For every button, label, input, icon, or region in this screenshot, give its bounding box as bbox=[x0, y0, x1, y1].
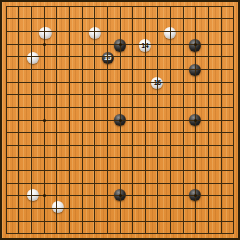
board-intersection[interactable] bbox=[2, 14, 14, 26]
board-intersection[interactable] bbox=[39, 27, 51, 39]
board-intersection[interactable] bbox=[77, 39, 89, 51]
board-intersection[interactable] bbox=[188, 114, 200, 126]
board-intersection[interactable] bbox=[163, 27, 175, 39]
board-intersection[interactable] bbox=[176, 226, 188, 238]
board-intersection[interactable] bbox=[114, 14, 126, 26]
board-intersection[interactable] bbox=[201, 14, 213, 26]
board-intersection[interactable] bbox=[39, 188, 51, 200]
board-intersection[interactable] bbox=[213, 213, 225, 225]
board-intersection[interactable] bbox=[101, 176, 113, 188]
board-intersection[interactable] bbox=[2, 39, 14, 51]
board-intersection[interactable] bbox=[64, 226, 76, 238]
board-intersection[interactable] bbox=[14, 163, 26, 175]
board-intersection[interactable] bbox=[226, 201, 238, 213]
board-intersection[interactable] bbox=[188, 89, 200, 101]
board-intersection[interactable] bbox=[151, 114, 163, 126]
board-intersection[interactable] bbox=[39, 176, 51, 188]
board-intersection[interactable] bbox=[126, 163, 138, 175]
board-intersection[interactable] bbox=[14, 151, 26, 163]
board-intersection[interactable] bbox=[213, 89, 225, 101]
board-intersection[interactable] bbox=[39, 163, 51, 175]
board-intersection[interactable] bbox=[101, 126, 113, 138]
board-intersection[interactable] bbox=[226, 226, 238, 238]
board-intersection[interactable] bbox=[188, 52, 200, 64]
board-intersection[interactable] bbox=[201, 226, 213, 238]
board-intersection[interactable] bbox=[201, 176, 213, 188]
board-intersection[interactable] bbox=[64, 101, 76, 113]
board-intersection[interactable] bbox=[14, 139, 26, 151]
board-intersection[interactable] bbox=[139, 213, 151, 225]
board-intersection[interactable] bbox=[114, 89, 126, 101]
board-intersection[interactable] bbox=[176, 39, 188, 51]
board-intersection[interactable] bbox=[64, 64, 76, 76]
board-intersection[interactable] bbox=[27, 114, 39, 126]
board-intersection[interactable] bbox=[39, 126, 51, 138]
board-intersection[interactable] bbox=[176, 2, 188, 14]
board-intersection[interactable] bbox=[2, 114, 14, 126]
board-intersection[interactable] bbox=[151, 64, 163, 76]
board-intersection[interactable] bbox=[201, 2, 213, 14]
board-intersection[interactable] bbox=[176, 176, 188, 188]
board-intersection[interactable] bbox=[64, 27, 76, 39]
board-intersection[interactable] bbox=[201, 52, 213, 64]
board-intersection[interactable] bbox=[114, 139, 126, 151]
board-intersection[interactable] bbox=[2, 89, 14, 101]
board-intersection[interactable] bbox=[64, 151, 76, 163]
board-intersection[interactable] bbox=[201, 39, 213, 51]
board-intersection[interactable] bbox=[226, 39, 238, 51]
board-intersection[interactable] bbox=[126, 101, 138, 113]
board-intersection[interactable] bbox=[176, 139, 188, 151]
board-intersection[interactable] bbox=[213, 126, 225, 138]
board-intersection[interactable] bbox=[39, 213, 51, 225]
board-intersection[interactable] bbox=[126, 139, 138, 151]
board-intersection[interactable] bbox=[27, 89, 39, 101]
board-intersection[interactable] bbox=[27, 14, 39, 26]
board-intersection[interactable] bbox=[139, 188, 151, 200]
board-intersection[interactable] bbox=[176, 163, 188, 175]
board-intersection[interactable] bbox=[114, 77, 126, 89]
board-intersection[interactable] bbox=[52, 14, 64, 26]
board-intersection[interactable] bbox=[226, 14, 238, 26]
board-intersection[interactable] bbox=[163, 151, 175, 163]
board-intersection[interactable] bbox=[64, 2, 76, 14]
board-intersection[interactable] bbox=[2, 126, 14, 138]
board-intersection[interactable] bbox=[151, 39, 163, 51]
board-intersection[interactable] bbox=[64, 114, 76, 126]
board-intersection[interactable] bbox=[163, 139, 175, 151]
board-intersection[interactable] bbox=[213, 77, 225, 89]
board-intersection[interactable] bbox=[114, 226, 126, 238]
board-intersection[interactable] bbox=[226, 213, 238, 225]
board-intersection[interactable] bbox=[213, 2, 225, 14]
board-intersection[interactable] bbox=[52, 64, 64, 76]
board-intersection[interactable] bbox=[89, 114, 101, 126]
board-intersection[interactable] bbox=[39, 39, 51, 51]
board-intersection[interactable] bbox=[39, 139, 51, 151]
board-intersection[interactable] bbox=[77, 2, 89, 14]
board-intersection[interactable] bbox=[27, 64, 39, 76]
board-intersection[interactable] bbox=[126, 151, 138, 163]
board-intersection[interactable] bbox=[188, 151, 200, 163]
board-intersection[interactable] bbox=[27, 151, 39, 163]
board-intersection[interactable] bbox=[176, 126, 188, 138]
board-intersection[interactable] bbox=[201, 139, 213, 151]
board-intersection[interactable] bbox=[39, 114, 51, 126]
board-intersection[interactable] bbox=[163, 213, 175, 225]
board-intersection[interactable] bbox=[126, 39, 138, 51]
board-intersection[interactable] bbox=[126, 89, 138, 101]
board-intersection[interactable] bbox=[77, 201, 89, 213]
board-intersection[interactable] bbox=[77, 139, 89, 151]
board-intersection[interactable] bbox=[2, 188, 14, 200]
board-intersection[interactable] bbox=[176, 151, 188, 163]
board-intersection[interactable] bbox=[213, 39, 225, 51]
board-intersection[interactable] bbox=[114, 2, 126, 14]
board-intersection[interactable] bbox=[52, 27, 64, 39]
board-intersection[interactable] bbox=[201, 114, 213, 126]
board-intersection[interactable] bbox=[64, 163, 76, 175]
board-intersection[interactable] bbox=[77, 126, 89, 138]
board-intersection[interactable] bbox=[114, 213, 126, 225]
board-intersection[interactable] bbox=[64, 126, 76, 138]
board-intersection[interactable] bbox=[213, 188, 225, 200]
board-intersection[interactable] bbox=[139, 151, 151, 163]
board-intersection[interactable] bbox=[139, 139, 151, 151]
board-intersection[interactable] bbox=[163, 52, 175, 64]
board-intersection[interactable] bbox=[163, 39, 175, 51]
board-intersection[interactable] bbox=[14, 176, 26, 188]
board-intersection[interactable] bbox=[176, 213, 188, 225]
board-intersection[interactable] bbox=[114, 114, 126, 126]
board-intersection[interactable] bbox=[89, 101, 101, 113]
board-intersection[interactable] bbox=[126, 27, 138, 39]
board-intersection[interactable] bbox=[101, 64, 113, 76]
board-intersection[interactable] bbox=[114, 64, 126, 76]
board-intersection[interactable] bbox=[126, 201, 138, 213]
board-intersection[interactable] bbox=[52, 163, 64, 175]
board-intersection[interactable] bbox=[64, 139, 76, 151]
board-intersection[interactable] bbox=[163, 201, 175, 213]
board-intersection[interactable] bbox=[101, 201, 113, 213]
board-intersection[interactable] bbox=[64, 77, 76, 89]
board-intersection[interactable] bbox=[226, 77, 238, 89]
board-intersection[interactable] bbox=[188, 139, 200, 151]
board-intersection[interactable] bbox=[139, 226, 151, 238]
board-intersection[interactable] bbox=[52, 101, 64, 113]
board-intersection[interactable] bbox=[163, 14, 175, 26]
board-intersection[interactable] bbox=[14, 126, 26, 138]
board-intersection[interactable] bbox=[151, 89, 163, 101]
board-intersection[interactable] bbox=[77, 114, 89, 126]
board-intersection[interactable] bbox=[27, 101, 39, 113]
board-intersection[interactable] bbox=[52, 2, 64, 14]
board-intersection[interactable] bbox=[77, 64, 89, 76]
board-intersection[interactable] bbox=[188, 27, 200, 39]
board-intersection[interactable] bbox=[114, 126, 126, 138]
board-intersection[interactable] bbox=[213, 139, 225, 151]
board-intersection[interactable] bbox=[126, 126, 138, 138]
board-intersection[interactable] bbox=[101, 163, 113, 175]
board-intersection[interactable] bbox=[39, 2, 51, 14]
board-intersection[interactable] bbox=[89, 163, 101, 175]
board-intersection[interactable] bbox=[101, 226, 113, 238]
board-intersection[interactable] bbox=[2, 201, 14, 213]
board-intersection[interactable] bbox=[151, 188, 163, 200]
board-intersection[interactable] bbox=[39, 14, 51, 26]
board-intersection[interactable] bbox=[89, 201, 101, 213]
board-intersection[interactable] bbox=[163, 77, 175, 89]
board-intersection[interactable] bbox=[188, 39, 200, 51]
board-intersection[interactable] bbox=[27, 39, 39, 51]
board-intersection[interactable] bbox=[213, 176, 225, 188]
board-intersection[interactable] bbox=[151, 101, 163, 113]
board-intersection[interactable] bbox=[77, 77, 89, 89]
board-intersection[interactable] bbox=[139, 201, 151, 213]
board-intersection[interactable] bbox=[176, 64, 188, 76]
board-intersection[interactable] bbox=[14, 14, 26, 26]
board-intersection[interactable] bbox=[101, 39, 113, 51]
board-intersection[interactable] bbox=[163, 226, 175, 238]
board-intersection[interactable] bbox=[101, 27, 113, 39]
board-intersection[interactable] bbox=[188, 77, 200, 89]
board-intersection[interactable] bbox=[188, 126, 200, 138]
board-intersection[interactable] bbox=[101, 89, 113, 101]
board-intersection[interactable] bbox=[188, 226, 200, 238]
board-intersection[interactable] bbox=[64, 213, 76, 225]
board-intersection[interactable] bbox=[201, 126, 213, 138]
board-intersection[interactable] bbox=[151, 139, 163, 151]
board-intersection[interactable] bbox=[101, 213, 113, 225]
board-intersection[interactable] bbox=[77, 27, 89, 39]
board-intersection[interactable] bbox=[77, 213, 89, 225]
board-intersection[interactable] bbox=[139, 89, 151, 101]
board-intersection[interactable] bbox=[89, 2, 101, 14]
board-intersection[interactable] bbox=[52, 139, 64, 151]
board-intersection[interactable] bbox=[2, 176, 14, 188]
board-intersection[interactable] bbox=[77, 188, 89, 200]
board-intersection[interactable] bbox=[89, 77, 101, 89]
board-intersection[interactable] bbox=[201, 213, 213, 225]
board-intersection[interactable] bbox=[151, 176, 163, 188]
board-intersection[interactable] bbox=[89, 64, 101, 76]
board-intersection[interactable] bbox=[163, 163, 175, 175]
board-intersection[interactable] bbox=[226, 151, 238, 163]
board-intersection[interactable] bbox=[2, 27, 14, 39]
board-intersection[interactable] bbox=[176, 89, 188, 101]
board-intersection[interactable] bbox=[226, 188, 238, 200]
board-intersection[interactable]: 14 bbox=[139, 39, 151, 51]
board-intersection[interactable] bbox=[101, 151, 113, 163]
board-intersection[interactable] bbox=[213, 52, 225, 64]
board-intersection[interactable] bbox=[14, 226, 26, 238]
board-intersection[interactable] bbox=[126, 213, 138, 225]
board-intersection[interactable] bbox=[77, 163, 89, 175]
board-intersection[interactable] bbox=[188, 64, 200, 76]
board-intersection[interactable] bbox=[114, 101, 126, 113]
board-intersection[interactable] bbox=[139, 114, 151, 126]
board-intersection[interactable] bbox=[77, 176, 89, 188]
board-intersection[interactable] bbox=[77, 151, 89, 163]
board-intersection[interactable] bbox=[139, 14, 151, 26]
board-intersection[interactable] bbox=[226, 27, 238, 39]
board-intersection[interactable] bbox=[176, 114, 188, 126]
board-intersection[interactable] bbox=[64, 176, 76, 188]
board-intersection[interactable] bbox=[213, 226, 225, 238]
board-intersection[interactable] bbox=[213, 101, 225, 113]
board-intersection[interactable] bbox=[188, 176, 200, 188]
board-intersection[interactable] bbox=[89, 213, 101, 225]
board-intersection[interactable] bbox=[126, 176, 138, 188]
board-intersection[interactable] bbox=[139, 64, 151, 76]
board-intersection[interactable] bbox=[201, 101, 213, 113]
board-intersection[interactable] bbox=[39, 77, 51, 89]
board-intersection[interactable] bbox=[201, 201, 213, 213]
board-intersection[interactable] bbox=[27, 201, 39, 213]
board-intersection[interactable] bbox=[126, 226, 138, 238]
board-intersection[interactable] bbox=[101, 14, 113, 26]
board-intersection[interactable] bbox=[201, 163, 213, 175]
board-intersection[interactable] bbox=[64, 14, 76, 26]
board-intersection[interactable] bbox=[2, 2, 14, 14]
board-intersection[interactable] bbox=[163, 188, 175, 200]
board-intersection[interactable] bbox=[27, 139, 39, 151]
board-intersection[interactable] bbox=[151, 213, 163, 225]
board-intersection[interactable] bbox=[213, 64, 225, 76]
board-intersection[interactable] bbox=[176, 52, 188, 64]
board-intersection[interactable] bbox=[89, 226, 101, 238]
board-intersection[interactable] bbox=[27, 176, 39, 188]
board-intersection[interactable] bbox=[2, 213, 14, 225]
board-intersection[interactable] bbox=[77, 89, 89, 101]
board-intersection[interactable] bbox=[89, 52, 101, 64]
board-intersection[interactable] bbox=[64, 39, 76, 51]
board-intersection[interactable] bbox=[151, 126, 163, 138]
board-intersection[interactable] bbox=[126, 2, 138, 14]
board-intersection[interactable] bbox=[52, 176, 64, 188]
board-intersection[interactable] bbox=[114, 201, 126, 213]
board-intersection[interactable] bbox=[126, 114, 138, 126]
board-intersection[interactable] bbox=[163, 176, 175, 188]
board-intersection[interactable] bbox=[201, 89, 213, 101]
board-intersection[interactable] bbox=[126, 64, 138, 76]
board-intersection[interactable] bbox=[139, 2, 151, 14]
board-intersection[interactable] bbox=[39, 64, 51, 76]
board-intersection[interactable] bbox=[89, 176, 101, 188]
board-intersection[interactable] bbox=[188, 2, 200, 14]
board-intersection[interactable] bbox=[201, 64, 213, 76]
board-intersection[interactable] bbox=[52, 52, 64, 64]
board-intersection[interactable] bbox=[114, 52, 126, 64]
board-intersection[interactable] bbox=[226, 139, 238, 151]
board-intersection[interactable] bbox=[114, 176, 126, 188]
board-intersection[interactable] bbox=[89, 89, 101, 101]
board-intersection[interactable] bbox=[151, 2, 163, 14]
board-intersection[interactable] bbox=[89, 188, 101, 200]
board-intersection[interactable] bbox=[114, 27, 126, 39]
board-intersection[interactable] bbox=[188, 163, 200, 175]
board-intersection[interactable] bbox=[201, 77, 213, 89]
board-intersection[interactable] bbox=[176, 188, 188, 200]
board-intersection[interactable] bbox=[126, 52, 138, 64]
board-intersection[interactable] bbox=[126, 77, 138, 89]
board-intersection[interactable] bbox=[176, 27, 188, 39]
board-intersection[interactable] bbox=[151, 163, 163, 175]
board-intersection[interactable] bbox=[226, 89, 238, 101]
board-intersection[interactable] bbox=[126, 188, 138, 200]
board-intersection[interactable] bbox=[27, 2, 39, 14]
board-intersection[interactable] bbox=[52, 126, 64, 138]
board-intersection[interactable] bbox=[139, 126, 151, 138]
board-intersection[interactable] bbox=[14, 64, 26, 76]
board-intersection[interactable] bbox=[101, 2, 113, 14]
board-intersection[interactable] bbox=[14, 201, 26, 213]
board-intersection[interactable] bbox=[64, 89, 76, 101]
board-intersection[interactable] bbox=[89, 39, 101, 51]
board-intersection[interactable] bbox=[114, 163, 126, 175]
board-intersection[interactable] bbox=[213, 14, 225, 26]
board-intersection[interactable] bbox=[163, 89, 175, 101]
board-intersection[interactable] bbox=[64, 52, 76, 64]
board-intersection[interactable] bbox=[213, 114, 225, 126]
board-intersection[interactable] bbox=[101, 188, 113, 200]
board-intersection[interactable]: 15 bbox=[101, 52, 113, 64]
board-intersection[interactable] bbox=[77, 52, 89, 64]
board-intersection[interactable] bbox=[139, 176, 151, 188]
board-intersection[interactable] bbox=[64, 201, 76, 213]
board-intersection[interactable] bbox=[27, 163, 39, 175]
board-intersection[interactable] bbox=[201, 151, 213, 163]
board-intersection[interactable] bbox=[77, 14, 89, 26]
board-intersection[interactable] bbox=[14, 52, 26, 64]
board-intersection[interactable] bbox=[163, 101, 175, 113]
board-intersection[interactable] bbox=[151, 151, 163, 163]
board-intersection[interactable] bbox=[39, 151, 51, 163]
board-intersection[interactable]: 16 bbox=[151, 77, 163, 89]
board-intersection[interactable] bbox=[176, 77, 188, 89]
board-intersection[interactable] bbox=[226, 163, 238, 175]
board-intersection[interactable] bbox=[213, 27, 225, 39]
board-intersection[interactable] bbox=[139, 27, 151, 39]
board-intersection[interactable] bbox=[151, 14, 163, 26]
board-intersection[interactable] bbox=[2, 163, 14, 175]
board-intersection[interactable] bbox=[176, 14, 188, 26]
board-intersection[interactable] bbox=[14, 77, 26, 89]
board-intersection[interactable] bbox=[151, 27, 163, 39]
board-intersection[interactable] bbox=[201, 27, 213, 39]
board-intersection[interactable] bbox=[176, 201, 188, 213]
board-intersection[interactable] bbox=[14, 114, 26, 126]
board-intersection[interactable] bbox=[52, 114, 64, 126]
board-intersection[interactable] bbox=[52, 39, 64, 51]
board-intersection[interactable] bbox=[226, 176, 238, 188]
board-intersection[interactable] bbox=[213, 163, 225, 175]
board-intersection[interactable] bbox=[27, 226, 39, 238]
board-intersection[interactable] bbox=[101, 139, 113, 151]
board-intersection[interactable] bbox=[14, 89, 26, 101]
board-intersection[interactable] bbox=[2, 52, 14, 64]
board-intersection[interactable] bbox=[2, 64, 14, 76]
board-intersection[interactable] bbox=[188, 14, 200, 26]
board-intersection[interactable] bbox=[27, 188, 39, 200]
board-intersection[interactable] bbox=[77, 101, 89, 113]
board-intersection[interactable] bbox=[27, 27, 39, 39]
board-intersection[interactable] bbox=[163, 2, 175, 14]
board-intersection[interactable] bbox=[27, 126, 39, 138]
board-intersection[interactable] bbox=[188, 188, 200, 200]
board-intersection[interactable] bbox=[52, 201, 64, 213]
board-intersection[interactable] bbox=[64, 188, 76, 200]
